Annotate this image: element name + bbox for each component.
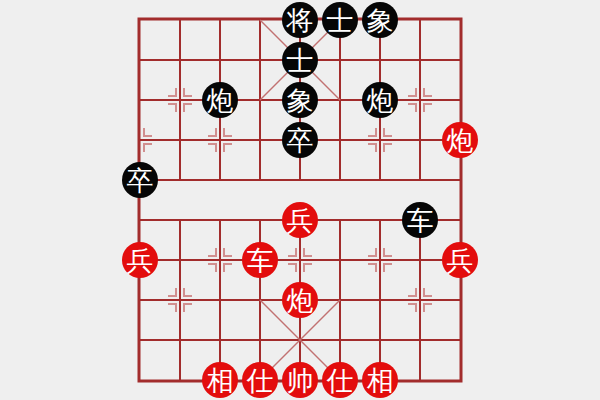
piece-red-cannon[interactable]: 炮 <box>442 122 478 158</box>
piece-black-elephant[interactable]: 象 <box>282 82 318 118</box>
board-point[interactable]: 炮 <box>360 80 400 120</box>
piece-red-rook[interactable]: 车 <box>242 242 278 278</box>
board-point[interactable]: 兵 <box>280 200 320 240</box>
piece-red-advisor[interactable]: 仕 <box>322 362 358 398</box>
board-point[interactable]: 车 <box>400 200 440 240</box>
piece-red-general[interactable]: 帅 <box>282 362 318 398</box>
board-point[interactable]: 兵 <box>440 240 480 280</box>
board-point[interactable]: 兵 <box>120 240 160 280</box>
board-point[interactable]: 卒 <box>280 120 320 160</box>
piece-red-elephant[interactable]: 相 <box>362 362 398 398</box>
piece-black-rook[interactable]: 车 <box>402 202 438 238</box>
piece-red-cannon[interactable]: 炮 <box>282 282 318 318</box>
piece-black-advisor[interactable]: 士 <box>322 2 358 38</box>
board-point[interactable]: 炮 <box>280 280 320 320</box>
piece-black-pawn[interactable]: 卒 <box>282 122 318 158</box>
piece-black-elephant[interactable]: 象 <box>362 2 398 38</box>
board-point[interactable]: 相 <box>360 360 400 400</box>
piece-red-advisor[interactable]: 仕 <box>242 362 278 398</box>
board-point[interactable]: 炮 <box>440 120 480 160</box>
board-point[interactable]: 将 <box>280 0 320 40</box>
piece-black-advisor[interactable]: 士 <box>282 42 318 78</box>
piece-red-elephant[interactable]: 相 <box>202 362 238 398</box>
board-point[interactable]: 士 <box>320 0 360 40</box>
xiangqi-board[interactable]: 将士象士炮象炮卒炮卒兵车兵车兵炮相仕帅仕相 <box>0 0 600 400</box>
piece-black-pawn[interactable]: 卒 <box>122 162 158 198</box>
piece-black-cannon[interactable]: 炮 <box>362 82 398 118</box>
board-point[interactable]: 卒 <box>120 160 160 200</box>
board-point[interactable]: 象 <box>280 80 320 120</box>
piece-black-cannon[interactable]: 炮 <box>202 82 238 118</box>
pieces-layer[interactable]: 将士象士炮象炮卒炮卒兵车兵车兵炮相仕帅仕相 <box>120 0 480 400</box>
board-point[interactable]: 车 <box>240 240 280 280</box>
board-point[interactable]: 仕 <box>320 360 360 400</box>
board-point[interactable]: 士 <box>280 40 320 80</box>
board-point[interactable]: 帅 <box>280 360 320 400</box>
board-point[interactable]: 象 <box>360 0 400 40</box>
board-point[interactable]: 相 <box>200 360 240 400</box>
piece-red-pawn[interactable]: 兵 <box>282 202 318 238</box>
piece-black-general[interactable]: 将 <box>282 2 318 38</box>
board-point[interactable]: 炮 <box>200 80 240 120</box>
piece-red-pawn[interactable]: 兵 <box>122 242 158 278</box>
board-point[interactable]: 仕 <box>240 360 280 400</box>
piece-red-pawn[interactable]: 兵 <box>442 242 478 278</box>
